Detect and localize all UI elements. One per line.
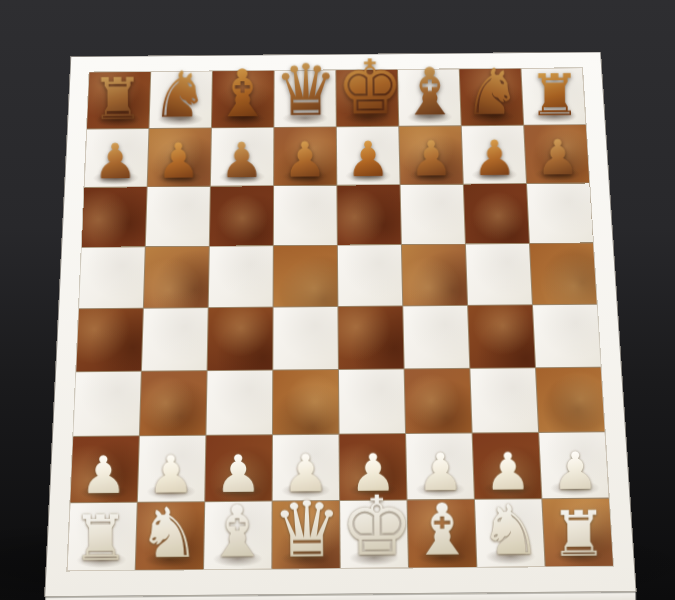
square-d4[interactable] [273,307,338,370]
square-c6[interactable] [209,186,272,246]
square-f8[interactable]: ♝ [398,69,461,126]
square-b3[interactable] [139,371,206,435]
square-h1[interactable]: ♜ [542,499,613,567]
black-bishop-c8[interactable]: ♝ [211,61,273,127]
black-rook-h8[interactable]: ♜ [523,66,585,124]
board-frame: ♜♞♝♛♚♝♞♜♟♟♟♟♟♟♟♟♟♟♟♟♟♟♟♟♜♞♝♛♚♝♞♜ [45,52,636,596]
square-e3[interactable] [338,369,404,433]
square-e7[interactable]: ♟ [336,127,399,185]
square-a2[interactable]: ♟ [70,436,138,502]
square-c5[interactable] [208,246,272,307]
white-knight-b1[interactable]: ♞ [135,499,203,569]
square-d1[interactable]: ♛ [272,501,339,569]
black-pawn-c7[interactable]: ♟ [210,136,273,185]
square-g6[interactable] [463,184,528,243]
black-knight-b8[interactable]: ♞ [148,63,210,127]
white-rook-h1[interactable]: ♜ [545,502,613,566]
square-c8[interactable]: ♝ [211,71,273,128]
square-d3[interactable] [272,370,338,434]
square-b4[interactable] [141,308,207,371]
square-a1[interactable]: ♜ [67,503,136,571]
square-c7[interactable]: ♟ [210,128,273,186]
square-b1[interactable]: ♞ [135,502,203,570]
square-f4[interactable] [403,306,469,369]
white-knight-g1[interactable]: ♞ [476,496,544,566]
square-h3[interactable] [536,368,605,432]
white-rook-a1[interactable]: ♜ [66,506,134,570]
square-h6[interactable] [527,183,593,242]
square-f7[interactable]: ♟ [399,126,463,184]
black-pawn-f7[interactable]: ♟ [400,134,463,183]
black-bishop-f8[interactable]: ♝ [398,59,460,125]
black-pawn-e7[interactable]: ♟ [336,135,399,184]
square-d6[interactable] [273,186,336,246]
square-g3[interactable] [470,368,538,432]
square-a3[interactable] [73,372,141,436]
white-pawn-h2[interactable]: ♟ [541,445,608,497]
square-e6[interactable] [337,185,401,244]
square-h8[interactable]: ♜ [521,68,585,125]
black-pawn-b7[interactable]: ♟ [147,136,210,185]
square-g8[interactable]: ♞ [459,69,522,126]
square-a7[interactable]: ♟ [84,129,148,187]
square-b8[interactable]: ♞ [149,71,211,128]
square-a6[interactable] [81,187,146,247]
black-pawn-h7[interactable]: ♟ [526,133,589,182]
square-c1[interactable]: ♝ [204,502,272,570]
white-bishop-c1[interactable]: ♝ [203,496,271,568]
square-d8[interactable]: ♛ [274,70,335,127]
square-c4[interactable] [207,308,272,371]
black-pawn-d7[interactable]: ♟ [273,135,336,184]
board-grid: ♜♞♝♛♚♝♞♜♟♟♟♟♟♟♟♟♟♟♟♟♟♟♟♟♜♞♝♛♚♝♞♜ [67,68,613,570]
square-g5[interactable] [465,244,531,305]
square-e1[interactable]: ♚ [340,500,408,568]
black-pawn-a7[interactable]: ♟ [84,137,147,186]
chess-board: ♜♞♝♛♚♝♞♜♟♟♟♟♟♟♟♟♟♟♟♟♟♟♟♟♜♞♝♛♚♝♞♜ [44,52,637,600]
square-d5[interactable] [273,246,337,307]
square-e5[interactable] [337,245,401,306]
square-f6[interactable] [400,185,464,244]
square-g7[interactable]: ♟ [461,126,525,184]
white-king-e1[interactable]: ♚ [339,484,407,567]
square-f5[interactable] [401,244,466,305]
black-rook-a8[interactable]: ♜ [86,69,148,127]
black-queen-d8[interactable]: ♛ [273,54,335,126]
square-a8[interactable]: ♜ [87,72,150,129]
square-h2[interactable]: ♟ [539,432,609,498]
square-e4[interactable] [338,306,403,369]
square-c3[interactable] [206,371,272,435]
square-d7[interactable]: ♟ [274,127,336,185]
square-a5[interactable] [79,247,145,308]
square-b7[interactable]: ♟ [147,128,210,186]
square-a4[interactable] [76,309,143,372]
white-queen-d1[interactable]: ♛ [271,489,339,567]
square-b6[interactable] [145,187,209,247]
white-pawn-a2[interactable]: ♟ [70,449,137,501]
square-b5[interactable] [143,247,208,308]
square-g4[interactable] [468,305,535,368]
photo-background: ♜♞♝♛♚♝♞♜♟♟♟♟♟♟♟♟♟♟♟♟♟♟♟♟♜♞♝♛♚♝♞♜ [0,0,675,600]
black-knight-g8[interactable]: ♞ [461,60,523,124]
square-e8[interactable]: ♚ [336,70,398,127]
white-bishop-f1[interactable]: ♝ [408,494,476,566]
square-f1[interactable]: ♝ [407,500,476,568]
square-g1[interactable]: ♞ [474,499,544,567]
square-f3[interactable] [404,369,471,433]
black-pawn-g7[interactable]: ♟ [463,134,526,183]
black-king-e8[interactable]: ♚ [336,50,398,125]
square-h5[interactable] [529,243,596,304]
square-h4[interactable] [532,305,600,368]
square-h7[interactable]: ♟ [524,125,589,183]
